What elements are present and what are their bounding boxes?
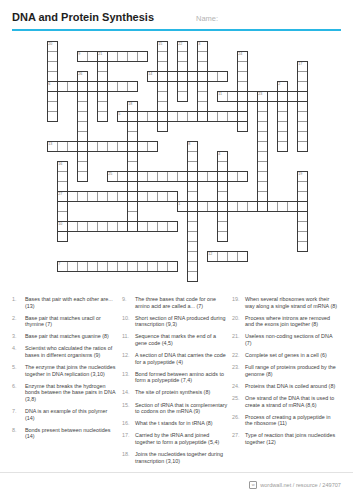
clue-item-text: Proteins that DNA is coiled around (8) [245, 383, 338, 390]
clue-item-number: 2. [12, 315, 25, 328]
grid-cell[interactable] [237, 111, 248, 122]
clue-item-number: 13. [122, 371, 135, 384]
grid-cell[interactable] [237, 121, 248, 132]
clue-item-number: 5. [12, 364, 25, 377]
grid-cell[interactable] [157, 121, 168, 132]
clue-item-text: The enzyme that joins the nucleotides to… [25, 364, 118, 377]
clue-item-number: 8. [12, 427, 25, 440]
wordwall-logo-icon: w [249, 481, 257, 489]
clue-item-text: Carried by the tRNA and joined together … [135, 432, 228, 445]
grid-cell[interactable] [237, 171, 248, 182]
clue-item: 1.Bases that pair with each other are...… [12, 296, 118, 309]
clue-item-text: Bond formed between amino acids to form … [135, 371, 228, 384]
clue-item-number: 16. [122, 420, 135, 427]
clue-item-text: Bases that pair with each other are... (… [25, 296, 118, 309]
grid-cell[interactable] [297, 141, 308, 152]
clue-item-number: 7. [12, 408, 25, 421]
grid-cell[interactable] [147, 141, 158, 152]
clue-item: 2.Base pair that matches uracil or thymi… [12, 315, 118, 328]
clue-item-text: Process of creating a polypeptide in the… [245, 414, 338, 427]
clue-item-number: 10. [122, 315, 135, 328]
clue-item: 16.What the t stands for in tRNA (8) [122, 420, 228, 427]
clue-item-number: 11. [122, 333, 135, 346]
clue-item-text: Process where introns are removed and th… [245, 315, 338, 328]
grid-cell[interactable] [297, 201, 308, 212]
clue-item-text: Base pair that matches uracil or thymine… [25, 315, 118, 328]
clue-item-text: Joins the nucleotides together during tr… [135, 451, 228, 464]
clue-item-text: A section of DNA that carries the code f… [135, 352, 228, 365]
grid-cell[interactable] [297, 241, 308, 252]
grid-cell[interactable] [97, 111, 108, 122]
clue-item-number: 1. [12, 296, 25, 309]
clue-item-number: 24. [232, 383, 245, 390]
clue-item-text: Bonds present between nucleotides (14) [25, 427, 118, 440]
grid-cell[interactable] [217, 231, 228, 242]
grid-cell[interactable] [277, 141, 288, 152]
footer-source-text: wordwall.net / resource / 249707 [260, 482, 341, 488]
grid-cell[interactable] [167, 221, 178, 232]
clue-item: 4.Scientist who calculated the ratios of… [12, 345, 118, 358]
grid-cell[interactable] [167, 261, 178, 272]
clue-item-number: 21. [232, 333, 245, 346]
clue-item: 24.Proteins that DNA is coiled around (8… [232, 383, 338, 390]
clue-item: 26.Process of creating a polypeptide in … [232, 414, 338, 427]
clue-item-number: 17. [122, 432, 135, 445]
clue-item: 12.A section of DNA that carries the cod… [122, 352, 228, 365]
clue-item-text: Sequence that marks the end of a gene co… [135, 333, 228, 346]
clue-item: 15.Section of tRNA that is complementary… [122, 402, 228, 415]
clue-item: 17.Carried by the tRNA and joined togeth… [122, 432, 228, 445]
clue-column-1: 1.Bases that pair with each other are...… [12, 296, 118, 446]
clue-item: 21.Useless non-coding sections of DNA (7… [232, 333, 338, 346]
clue-item-number: 3. [12, 333, 25, 340]
clue-item-text: The three bases that code for one amino … [135, 296, 228, 309]
clue-item-number: 18. [122, 451, 135, 464]
clue-item-text: Enzyme that breaks the hydrogen bonds be… [25, 383, 118, 403]
clue-item: 14.The site of protein synthesis (8) [122, 389, 228, 396]
clue-column-2: 9.The three bases that code for one amin… [122, 296, 228, 470]
clue-item: 23.Full range of proteins produced by th… [232, 364, 338, 377]
grid-cell[interactable] [47, 111, 58, 122]
clue-column-3: 19.When several ribosomes work their way… [232, 296, 338, 451]
clue-item-number: 19. [232, 296, 245, 309]
clue-item-number: 12. [122, 352, 135, 365]
clue-item: 25.One strand of the DNA that is used to… [232, 395, 338, 408]
clue-item-number: 27. [232, 432, 245, 445]
clue-item-text: Complete set of genes in a cell (6) [245, 352, 338, 359]
grid-cell[interactable] [187, 271, 198, 282]
clue-item-number: 6. [12, 383, 25, 403]
clue-item-text: The site of protein synthesis (8) [135, 389, 228, 396]
footer-credit: w wordwall.net / resource / 249707 [249, 481, 341, 489]
clue-item: 19.When several ribosomes work their way… [232, 296, 338, 309]
clue-item-number: 15. [122, 402, 135, 415]
clue-item-number: 25. [232, 395, 245, 408]
footer-divider [0, 472, 353, 473]
clue-item: 18.Joins the nucleotides together during… [122, 451, 228, 464]
clue-item-text: Useless non-coding sections of DNA (7) [245, 333, 338, 346]
grid-cell[interactable] [127, 81, 138, 92]
clue-item-number: 26. [232, 414, 245, 427]
clue-item: 13.Bond formed between amino acids to fo… [122, 371, 228, 384]
clue-item: 27.Type of reaction that joins nucleotid… [232, 432, 338, 445]
clue-item-number: 20. [232, 315, 245, 328]
clue-item: 7.DNA is an example of this polymer (14) [12, 408, 118, 421]
clue-item-text: Short section of RNA produced during tra… [135, 315, 228, 328]
clue-item: 5.The enzyme that joins the nucleotides … [12, 364, 118, 377]
clue-item: 6.Enzyme that breaks the hydrogen bonds … [12, 383, 118, 403]
clue-item-text: Type of reaction that joins nucleotides … [245, 432, 338, 445]
clue-item-text: What the t stands for in tRNA (8) [135, 420, 228, 427]
grid-cell[interactable] [137, 51, 148, 62]
clue-item-text: Base pair that matches guanine (8) [25, 333, 118, 340]
clue-item-number: 4. [12, 345, 25, 358]
clue-item-number: 9. [122, 296, 135, 309]
clue-item: 8.Bonds present between nucleotides (14) [12, 427, 118, 440]
clue-item: 22.Complete set of genes in a cell (6) [232, 352, 338, 359]
crossword-grid: 2015223921241714266211231851384162519271… [0, 0, 353, 292]
clue-item: 3.Base pair that matches guanine (8) [12, 333, 118, 340]
clue-item-text: Section of tRNA that is complementary to… [135, 402, 228, 415]
grid-cell[interactable] [237, 251, 248, 262]
grid-cell[interactable] [77, 171, 88, 182]
clue-item-text: Scientist who calculated the ratios of b… [25, 345, 118, 358]
clue-item-text: DNA is an example of this polymer (14) [25, 408, 118, 421]
grid-cell[interactable] [57, 231, 68, 242]
clue-item: 20.Process where introns are removed and… [232, 315, 338, 328]
clue-item-text: Full range of proteins produced by the g… [245, 364, 338, 377]
clue-item-number: 23. [232, 364, 245, 377]
clue-item-text: One strand of the DNA that is used to cr… [245, 395, 338, 408]
grid-cell[interactable] [217, 71, 228, 82]
grid-cell[interactable] [177, 91, 188, 102]
clue-item: 11.Sequence that marks the end of a gene… [122, 333, 228, 346]
clue-item-number: 14. [122, 389, 135, 396]
clue-item: 10.Short section of RNA produced during … [122, 315, 228, 328]
clue-item: 9.The three bases that code for one amin… [122, 296, 228, 309]
clue-item-number: 22. [232, 352, 245, 359]
clue-item-text: When several ribosomes work their way al… [245, 296, 338, 309]
grid-cell[interactable] [297, 91, 308, 102]
